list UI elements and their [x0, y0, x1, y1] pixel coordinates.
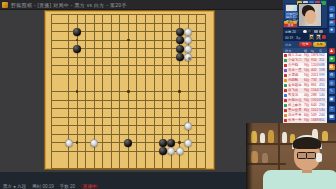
viewer-wins: 2011 [311, 73, 318, 77]
countdown-digit-tens: 0 [309, 34, 314, 40]
star-icon[interactable]: ★ [329, 27, 335, 33]
rank-badge [284, 69, 287, 72]
white-stone [184, 53, 192, 61]
viewer-rank: 9段 [304, 63, 309, 67]
person-hair [293, 137, 321, 149]
viewer-name: 秀策流 [288, 93, 303, 97]
viewer-wins: 861 [311, 83, 317, 87]
rank-badge [284, 59, 287, 62]
viewer-name: 双飞燕 [288, 88, 303, 92]
rank-badge [284, 114, 287, 117]
go-board[interactable] [44, 10, 215, 170]
webcam-left-shadow [246, 123, 253, 189]
viewer-losses: 311 [319, 58, 324, 62]
viewer-rank: 9段 [304, 98, 309, 102]
alarm-icon [322, 35, 326, 39]
status-row-1: 黑方 ● 九段用时 00:19手数 20直播中 [3, 174, 105, 180]
black-stone [176, 28, 184, 36]
black-stone [73, 45, 81, 53]
viewer-name: 本因坊迷 [288, 98, 303, 102]
app-icon [2, 2, 8, 8]
sidebar-icon-strip: ⌂☰✉★♟♣✿⚙◎✎▣♖☎ [327, 0, 336, 123]
star-point [76, 141, 79, 144]
viewer-losses: 301 [319, 78, 325, 82]
glasses-icon [296, 152, 317, 157]
notification-dot [333, 20, 335, 22]
viewer-name: 棋乐无穷 [288, 53, 303, 57]
white-stone [65, 139, 73, 147]
viewer-losses: 140 [319, 93, 325, 97]
rank-badge [284, 119, 287, 122]
white-stone [184, 45, 192, 53]
vase [262, 153, 268, 163]
gift-pack-button[interactable]: 礼包 [313, 42, 326, 47]
rank-badge [284, 109, 287, 112]
white-stone [184, 28, 192, 36]
rank-badge [284, 84, 287, 87]
white-stone [184, 36, 192, 44]
viewer-losses: 873 [319, 98, 325, 102]
viewer-losses: 198 [319, 68, 325, 72]
white-stone [176, 147, 184, 155]
viewer-wins: 402 [311, 68, 317, 72]
viewer-name: 金角银边 [288, 83, 303, 87]
white-stone [167, 147, 175, 155]
trophy [322, 131, 328, 141]
tower-icon[interactable]: ♖ [329, 106, 335, 112]
black-stone [176, 45, 184, 53]
viewer-wins: 1544 [311, 88, 319, 92]
viewer-losses: 999 [319, 73, 325, 77]
black-stone [167, 139, 175, 147]
viewer-name: 枰上春秋 [288, 103, 303, 107]
white-stone [184, 139, 192, 147]
last-move-marker [188, 57, 191, 60]
viewer-rank: 9段 [304, 88, 309, 92]
rank-badge [284, 89, 287, 92]
notification-dot [333, 64, 335, 66]
rank-badge [284, 64, 287, 67]
black-stone [176, 53, 184, 61]
actions-row: 棋盘 红包 礼包 [283, 41, 327, 48]
viewer-rank: 9段 [304, 53, 309, 57]
black-stone [159, 147, 167, 155]
viewer-name: 天元一星 [288, 68, 303, 72]
trophy [282, 132, 287, 143]
viewer-name: 云中鹤 [288, 63, 303, 67]
white-stone [184, 122, 192, 130]
red-packet-button[interactable]: 红包 [299, 42, 312, 47]
black-stone [73, 28, 81, 36]
streamer-avatar [298, 3, 322, 27]
viewer-list[interactable]: 棋乐无穷9段1876902小目飞刀7段954311云中鹤9段1203688天元一… [283, 53, 327, 123]
viewer-wins: 1203 [311, 63, 319, 67]
viewer-name: 小目飞刀 [288, 58, 303, 62]
viewer-row[interactable]: 长考一手9段1688801 [283, 118, 327, 123]
target-icon[interactable]: ◎ [329, 80, 335, 86]
viewer-rank: 9段 [304, 73, 309, 77]
viewer-wins: 1688 [311, 118, 319, 122]
viewer-losses: 244 [319, 113, 325, 117]
viewer-rank: 5段 [304, 68, 309, 72]
viewer-rank: 8段 [304, 83, 309, 87]
rank-badge [284, 74, 287, 77]
viewer-wins: 509 [311, 113, 317, 117]
viewer-rank: 8段 [304, 108, 309, 112]
phone-icon[interactable]: ☎ [329, 114, 335, 120]
viewer-wins: 1876 [311, 53, 319, 57]
avatar-face [305, 10, 316, 24]
viewer-name: 黑白世界 [288, 108, 303, 112]
black-stone [176, 36, 184, 44]
viewer-losses: 720 [319, 88, 325, 92]
board-label: 棋盘 [285, 43, 291, 47]
gift-icon[interactable]: ✿ [329, 64, 335, 70]
viewer-wins: 288 [311, 93, 317, 97]
match-icon[interactable]: ♟ [329, 48, 335, 54]
white-stone [90, 139, 98, 147]
player-avatar-art [286, 5, 297, 11]
friends-icon[interactable]: ♣ [329, 56, 335, 62]
viewer-losses: 290 [319, 103, 325, 107]
rank-badge [284, 94, 287, 97]
star-point [76, 39, 79, 42]
viewer-rank: 7段 [304, 103, 309, 107]
menu-icon[interactable]: ☰ [329, 13, 335, 19]
star-point [178, 141, 181, 144]
star-point [178, 90, 181, 93]
person-hoodie [263, 170, 336, 189]
timer-periods: 3次 [296, 36, 301, 40]
home-icon[interactable]: ⌂ [329, 6, 335, 12]
go-board-grid[interactable] [51, 14, 206, 169]
black-stone [124, 139, 132, 147]
viewer-name: 大雪崩 [288, 73, 303, 77]
countdown-digit-ones: 9 [316, 34, 321, 40]
player-info-card: 对局信息 贴目 6.5 用时 20分 [284, 3, 297, 20]
viewer-losses: 530 [319, 108, 325, 112]
timer-main: 00:19 [285, 36, 293, 40]
chat-icon[interactable]: ✎ [329, 88, 335, 94]
timer-row: 00:19 3次 0 9 [283, 33, 327, 41]
rank-badge [284, 99, 287, 102]
viewer-rank: 6段 [304, 78, 309, 82]
shelf-divider [278, 123, 280, 170]
webcam-feed [246, 123, 336, 189]
rank-badge [284, 54, 287, 57]
board-icon[interactable]: ▣ [329, 96, 335, 102]
viewer-rank: 4段 [304, 93, 309, 97]
trophy [268, 130, 274, 143]
viewer-rank: 6段 [304, 113, 309, 117]
viewer-losses: 455 [319, 83, 325, 87]
trophy [260, 133, 265, 143]
viewer-wins: 644 [311, 103, 317, 107]
gear-icon[interactable]: ⚙ [329, 72, 335, 78]
viewer-wins: 954 [311, 58, 317, 62]
star-point [127, 39, 130, 42]
star-point [127, 90, 130, 93]
window-title: 野狐围棋 - [直播] 对局中 - 黑方 vs 白方 - 第20手 [11, 2, 127, 8]
viewer-losses: 801 [319, 118, 325, 122]
shelf-board [246, 143, 298, 145]
viewer-wins: 733 [311, 78, 317, 82]
rank-badge [284, 79, 287, 82]
star-point [76, 90, 79, 93]
rank-badge [284, 104, 287, 107]
status-bar: 黑方 ● 九段用时 00:19手数 20直播中 白方 ○ 九段读秒 3次第1局0… [0, 172, 246, 189]
fox-go-stream-screen: 野狐围棋 - [直播] 对局中 - 黑方 vs 白方 - 第20手 黑方 ● 九… [0, 0, 336, 189]
viewer-rank: 9段 [304, 118, 309, 122]
status-row-2: 白方 ○ 九段读秒 3次第1局0:9 [3, 181, 89, 187]
viewer-losses: 902 [319, 53, 325, 57]
black-stone [159, 139, 167, 147]
viewer-losses: 688 [319, 63, 325, 67]
viewer-name: 倒脱靴 [288, 78, 303, 82]
viewer-wins: 1102 [311, 108, 318, 112]
viewer-name: 长考一手 [288, 118, 303, 122]
viewer-name: 流水不争 [288, 113, 303, 117]
mail-icon[interactable]: ✉ [329, 20, 335, 26]
viewer-rank: 7段 [304, 58, 309, 62]
viewer-wins: 1920 [311, 98, 319, 102]
